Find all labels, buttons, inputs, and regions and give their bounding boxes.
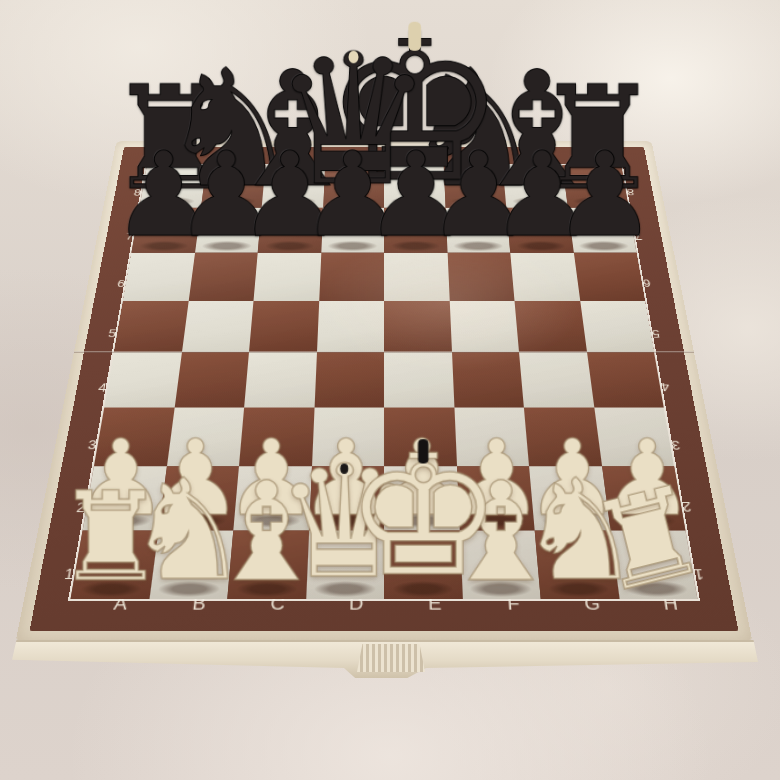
piece-black-pawn-h7[interactable]: ♟ [552, 140, 657, 251]
square-c5[interactable] [249, 301, 319, 352]
square-g6[interactable] [510, 253, 579, 301]
piece-finial-dot [348, 50, 358, 63]
board-grid: ♜♞♝♛♚♞♝♜♟♟♟♟♟♟♟♟♟♟♟♟♟♟♟♟♜♞♝♛♚♝♞♜ [71, 165, 698, 599]
square-b4[interactable] [174, 352, 249, 407]
square-c6[interactable] [254, 253, 321, 301]
board-hinge-seam [74, 351, 695, 353]
square-h6[interactable] [573, 253, 645, 301]
square-g5[interactable] [514, 301, 586, 352]
square-e6[interactable] [384, 253, 449, 301]
square-a6[interactable] [123, 253, 195, 301]
carpet-background: 87654321 87654321 ABCDEFGH ♜♞♝♛♚♞♝♜♟♟♟♟♟… [0, 0, 780, 780]
square-d4[interactable] [314, 352, 384, 407]
chessboard: 87654321 87654321 ABCDEFGH ♜♞♝♛♚♞♝♜♟♟♟♟♟… [15, 141, 752, 642]
piece-white-king-e1[interactable]: ♚ [344, 429, 502, 597]
square-d5[interactable] [317, 301, 385, 352]
square-d6[interactable] [319, 253, 384, 301]
square-e1[interactable]: ♚ [384, 530, 462, 599]
square-e5[interactable] [384, 301, 452, 352]
square-g4[interactable] [519, 352, 594, 407]
square-f4[interactable] [452, 352, 524, 407]
square-h4[interactable] [587, 352, 664, 407]
square-a5[interactable] [114, 301, 188, 352]
square-b5[interactable] [182, 301, 254, 352]
square-h5[interactable] [580, 301, 654, 352]
square-a4[interactable] [104, 352, 181, 407]
square-h7[interactable]: ♟ [567, 207, 636, 252]
square-f5[interactable] [449, 301, 519, 352]
board-clasp [357, 644, 425, 672]
square-b6[interactable] [188, 253, 257, 301]
piece-finial-cylinder [418, 438, 429, 463]
board-border: 87654321 87654321 ABCDEFGH ♜♞♝♛♚♞♝♜♟♟♟♟♟… [29, 147, 738, 631]
square-f6[interactable] [447, 253, 514, 301]
square-c4[interactable] [244, 352, 316, 407]
square-e4[interactable] [384, 352, 454, 407]
